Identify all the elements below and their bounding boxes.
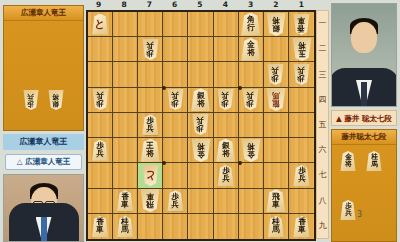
- sente-piece-金将[interactable]: 金将: [340, 151, 356, 171]
- gote-piece-歩兵[interactable]: 歩兵: [167, 89, 184, 110]
- piece-kanji: 兵: [172, 92, 180, 100]
- file-label-7: 7: [137, 0, 162, 10]
- sente-hand-slot: 桂馬: [366, 151, 382, 171]
- piece-kanji: 車: [298, 16, 306, 24]
- gote-piece-金将[interactable]: 金将: [241, 139, 261, 162]
- gote-turn-label: △ 広瀬章人竜王: [5, 154, 82, 170]
- square-2-7[interactable]: [264, 163, 289, 188]
- square-3-8[interactable]: [239, 189, 264, 214]
- square-6-5[interactable]: [163, 113, 188, 138]
- square-5-1[interactable]: [188, 12, 213, 37]
- piece-kanji: 将: [298, 41, 306, 49]
- gote-captured-tray: 広瀬章人竜王 歩兵銀将: [3, 5, 84, 131]
- piece-kanji: 歩: [298, 75, 306, 83]
- piece-kanji: 兵: [28, 93, 35, 100]
- piece-kanji: 将: [272, 16, 280, 24]
- square-5-6[interactable]: 金将: [188, 138, 213, 163]
- square-4-4[interactable]: 歩兵: [214, 88, 239, 113]
- piece-kanji: 将: [247, 49, 255, 57]
- piece-kanji: 歩: [247, 100, 255, 108]
- square-1-8[interactable]: [289, 189, 314, 214]
- square-2-6[interactable]: [264, 138, 289, 163]
- rank-label-7: 七: [317, 162, 328, 187]
- rank-label-3: 三: [317, 61, 328, 86]
- square-5-9[interactable]: [188, 214, 213, 239]
- rank-labels: 一二三四五六七八九: [316, 10, 329, 239]
- square-4-6[interactable]: 銀将: [214, 138, 239, 163]
- square-7-8[interactable]: 飛車: [138, 189, 163, 214]
- square-7-5[interactable]: 歩兵: [138, 113, 163, 138]
- piece-kanji: 将: [197, 142, 205, 150]
- square-5-3[interactable]: [188, 62, 213, 87]
- square-1-5[interactable]: [289, 113, 314, 138]
- shogi-app: 広瀬章人竜王 歩兵銀将 広瀬章人竜王 △ 広瀬章人竜王 987654321 と角…: [0, 0, 400, 242]
- square-6-9[interactable]: [163, 214, 188, 239]
- file-label-5: 5: [187, 0, 212, 10]
- rank-label-6: 六: [317, 137, 328, 162]
- square-9-3[interactable]: [88, 62, 113, 87]
- sente-piece-桂馬[interactable]: 桂馬: [366, 151, 382, 171]
- sente-piece-歩兵[interactable]: 歩兵: [92, 140, 109, 161]
- square-2-5[interactable]: [264, 113, 289, 138]
- square-6-2[interactable]: [163, 37, 188, 62]
- square-8-8[interactable]: 香車: [113, 189, 138, 214]
- piece-kanji: 将: [197, 100, 205, 108]
- square-9-6[interactable]: 歩兵: [88, 138, 113, 163]
- sente-piece-王将[interactable]: 王将: [140, 139, 160, 162]
- square-7-2[interactable]: 歩兵: [138, 37, 163, 62]
- gote-piece-金将[interactable]: 金将: [191, 139, 211, 162]
- piece-kanji: 馬: [121, 226, 129, 234]
- square-9-1[interactable]: と: [88, 12, 113, 37]
- piece-kanji: 玉: [298, 49, 306, 57]
- gote-piece-歩兵[interactable]: 歩兵: [23, 90, 39, 110]
- gote-piece-歩兵[interactable]: 歩兵: [242, 89, 259, 110]
- piece-kanji: 銀: [53, 100, 60, 107]
- star-point: [162, 86, 166, 90]
- square-4-9[interactable]: [214, 214, 239, 239]
- square-5-4[interactable]: 銀将: [188, 88, 213, 113]
- square-4-1[interactable]: [214, 12, 239, 37]
- gote-piece-歩兵[interactable]: 歩兵: [217, 89, 234, 110]
- sente-tray-header: 藤井聡太七段: [332, 130, 396, 145]
- square-7-3[interactable]: [138, 62, 163, 87]
- square-1-3[interactable]: 歩兵: [289, 62, 314, 87]
- hand-piece-count: 3: [357, 210, 362, 220]
- board-area: 987654321 と角行銀将香車歩兵金将玉将歩兵歩兵歩兵歩兵銀将歩兵歩兵龍馬歩…: [86, 0, 329, 242]
- piece-kanji: 龍: [272, 100, 280, 108]
- gote-name-label: 広瀬章人竜王: [3, 134, 84, 150]
- file-label-4: 4: [213, 0, 238, 10]
- square-3-6[interactable]: 金将: [239, 138, 264, 163]
- square-4-2[interactable]: [214, 37, 239, 62]
- gote-piece-と[interactable]: と: [142, 165, 159, 186]
- piece-kanji: 兵: [272, 67, 280, 75]
- face: [351, 22, 377, 53]
- sente-piece-歩兵[interactable]: 歩兵: [217, 165, 234, 186]
- gote-piece-銀将[interactable]: 銀将: [266, 13, 286, 36]
- gote-player-panel: 広瀬章人竜王 歩兵銀将 広瀬章人竜王 △ 広瀬章人竜王: [3, 5, 84, 242]
- square-1-1[interactable]: 香車: [289, 12, 314, 37]
- square-4-8[interactable]: [214, 189, 239, 214]
- square-6-4[interactable]: 歩兵: [163, 88, 188, 113]
- square-3-4[interactable]: 歩兵: [239, 88, 264, 113]
- square-7-9[interactable]: [138, 214, 163, 239]
- piece-kanji: 車: [146, 193, 154, 201]
- piece-kanji: 馬: [272, 226, 280, 234]
- piece-kanji: 歩: [172, 100, 180, 108]
- piece-kanji: 歩: [28, 100, 35, 107]
- square-5-7[interactable]: [188, 163, 213, 188]
- file-label-1: 1: [289, 0, 314, 10]
- piece-kanji: と: [145, 170, 156, 181]
- piece-kanji: 兵: [247, 92, 255, 100]
- piece-kanji: 兵: [197, 117, 205, 125]
- square-6-6[interactable]: [163, 138, 188, 163]
- square-9-2[interactable]: [88, 37, 113, 62]
- square-9-9[interactable]: 香車: [88, 214, 113, 239]
- piece-kanji: 兵: [96, 92, 104, 100]
- square-4-7[interactable]: 歩兵: [214, 163, 239, 188]
- piece-kanji: 兵: [146, 125, 154, 133]
- square-9-7[interactable]: [88, 163, 113, 188]
- sente-piece-金将[interactable]: 金将: [241, 38, 261, 61]
- piece-kanji: 将: [53, 93, 60, 100]
- square-2-4[interactable]: 龍馬: [264, 88, 289, 113]
- square-5-2[interactable]: [188, 37, 213, 62]
- square-3-7[interactable]: [239, 163, 264, 188]
- file-label-8: 8: [111, 0, 136, 10]
- square-6-1[interactable]: [163, 12, 188, 37]
- sente-piece-香車[interactable]: 香車: [293, 216, 310, 237]
- piece-kanji: 兵: [222, 92, 230, 100]
- square-1-4[interactable]: [289, 88, 314, 113]
- gote-piece-玉将[interactable]: 玉将: [292, 38, 312, 61]
- piece-kanji: 馬: [371, 161, 378, 168]
- square-8-3[interactable]: [113, 62, 138, 87]
- gote-piece-飛車[interactable]: 飛車: [140, 189, 160, 212]
- gote-piece-歩兵[interactable]: 歩兵: [92, 89, 109, 110]
- rank-label-9: 九: [317, 213, 328, 238]
- piece-kanji: 将: [345, 161, 352, 168]
- piece-kanji: 馬: [272, 92, 280, 100]
- hirose-photo: [3, 174, 84, 242]
- square-2-9[interactable]: 桂馬: [264, 214, 289, 239]
- file-labels: 987654321: [86, 0, 329, 10]
- piece-kanji: 兵: [345, 210, 352, 217]
- rank-label-2: 二: [317, 36, 328, 61]
- sente-hand-pieces: 金将桂馬歩兵3: [332, 145, 396, 241]
- piece-kanji: 飛: [146, 201, 154, 209]
- square-9-4[interactable]: 歩兵: [88, 88, 113, 113]
- square-3-1[interactable]: 角行: [239, 12, 264, 37]
- sente-piece-歩兵[interactable]: 歩兵: [340, 200, 356, 220]
- square-3-5[interactable]: [239, 113, 264, 138]
- sente-piece-香車[interactable]: 香車: [117, 190, 134, 211]
- sente-name-label: ▲ 藤井 聡太七段: [331, 110, 397, 126]
- tie: [361, 82, 367, 106]
- square-3-3[interactable]: [239, 62, 264, 87]
- file-label-3: 3: [238, 0, 263, 10]
- piece-kanji: 兵: [222, 175, 230, 183]
- file-label-9: 9: [86, 0, 111, 10]
- piece-kanji: 車: [298, 226, 306, 234]
- rank-label-1: 一: [317, 11, 328, 36]
- rank-label-4: 四: [317, 87, 328, 112]
- piece-kanji: 兵: [298, 67, 306, 75]
- file-label-6: 6: [162, 0, 187, 10]
- sente-piece-と[interactable]: と: [92, 14, 109, 35]
- gote-piece-歩兵[interactable]: 歩兵: [267, 64, 284, 85]
- sente-piece-飛車[interactable]: 飛車: [266, 189, 286, 212]
- square-4-5[interactable]: [214, 113, 239, 138]
- square-3-2[interactable]: 金将: [239, 37, 264, 62]
- square-2-2[interactable]: [264, 37, 289, 62]
- square-1-6[interactable]: [289, 138, 314, 163]
- piece-kanji: 将: [146, 150, 154, 158]
- gote-hand-slot: 銀将: [48, 90, 64, 110]
- square-9-8[interactable]: [88, 189, 113, 214]
- gote-hand-pieces: 歩兵銀将: [4, 21, 83, 130]
- square-2-8[interactable]: 飛車: [264, 189, 289, 214]
- piece-kanji: 将: [247, 142, 255, 150]
- tie: [41, 217, 47, 241]
- square-7-1[interactable]: [138, 12, 163, 37]
- square-6-7[interactable]: [163, 163, 188, 188]
- shogi-board[interactable]: と角行銀将香車歩兵金将玉将歩兵歩兵歩兵歩兵銀将歩兵歩兵龍馬歩兵歩兵歩兵王将金将銀…: [86, 10, 316, 241]
- sente-piece-桂馬[interactable]: 桂馬: [267, 216, 284, 237]
- gote-piece-歩兵[interactable]: 歩兵: [142, 39, 159, 60]
- square-6-8[interactable]: 歩兵: [163, 189, 188, 214]
- gote-piece-歩兵[interactable]: 歩兵: [293, 64, 310, 85]
- square-4-3[interactable]: [214, 62, 239, 87]
- square-8-7[interactable]: [113, 163, 138, 188]
- piece-kanji: 歩: [272, 75, 280, 83]
- piece-kanji: 兵: [172, 201, 180, 209]
- sente-piece-香車[interactable]: 香車: [92, 216, 109, 237]
- sente-piece-角行[interactable]: 角行: [241, 13, 261, 36]
- sente-piece-銀将[interactable]: 銀将: [216, 139, 236, 162]
- sente-hand-slot: 金将: [340, 151, 356, 171]
- square-1-2[interactable]: 玉将: [289, 37, 314, 62]
- sente-hand-slot: 歩兵3: [340, 200, 362, 220]
- piece-kanji: 兵: [96, 150, 104, 158]
- piece-kanji: 歩: [146, 49, 154, 57]
- piece-kanji: と: [95, 19, 106, 30]
- sente-piece-歩兵[interactable]: 歩兵: [293, 165, 310, 186]
- square-1-7[interactable]: 歩兵: [289, 163, 314, 188]
- piece-kanji: 歩: [222, 100, 230, 108]
- sente-piece-銀将[interactable]: 銀将: [191, 88, 211, 111]
- gote-tray-header: 広瀬章人竜王: [4, 6, 83, 21]
- square-6-3[interactable]: [163, 62, 188, 87]
- gote-piece-龍馬[interactable]: 龍馬: [266, 88, 286, 111]
- square-7-6[interactable]: 王将: [138, 138, 163, 163]
- star-point: [238, 86, 242, 90]
- sente-piece-歩兵[interactable]: 歩兵: [167, 190, 184, 211]
- square-8-1[interactable]: [113, 12, 138, 37]
- piece-kanji: 兵: [298, 175, 306, 183]
- rank-label-8: 八: [317, 188, 328, 213]
- square-3-9[interactable]: [239, 214, 264, 239]
- piece-kanji: 車: [272, 201, 280, 209]
- square-5-5[interactable]: 歩兵: [188, 113, 213, 138]
- rank-label-5: 五: [317, 112, 328, 137]
- piece-kanji: 行: [247, 24, 255, 32]
- square-2-1[interactable]: 銀将: [264, 12, 289, 37]
- piece-kanji: 車: [96, 226, 104, 234]
- piece-kanji: 将: [222, 150, 230, 158]
- gote-piece-銀将[interactable]: 銀将: [48, 90, 64, 110]
- sente-piece-桂馬[interactable]: 桂馬: [117, 216, 134, 237]
- square-7-4[interactable]: [138, 88, 163, 113]
- piece-kanji: 車: [121, 201, 129, 209]
- square-5-8[interactable]: [188, 189, 213, 214]
- sente-piece-歩兵[interactable]: 歩兵: [142, 114, 159, 135]
- piece-kanji: 歩: [197, 125, 205, 133]
- gote-piece-歩兵[interactable]: 歩兵: [192, 114, 209, 135]
- square-8-9[interactable]: 桂馬: [113, 214, 138, 239]
- square-7-7[interactable]: と: [138, 163, 163, 188]
- square-1-9[interactable]: 香車: [289, 214, 314, 239]
- gote-piece-香車[interactable]: 香車: [293, 14, 310, 35]
- piece-kanji: 兵: [146, 41, 154, 49]
- square-9-5[interactable]: [88, 113, 113, 138]
- file-label-2: 2: [263, 0, 288, 10]
- sente-player-panel: ▲ 藤井 聡太七段 藤井聡太七段 金将桂馬歩兵3: [331, 3, 397, 242]
- gote-hand-slot: 歩兵: [23, 90, 39, 110]
- piece-kanji: 歩: [96, 100, 104, 108]
- square-8-2[interactable]: [113, 37, 138, 62]
- square-8-4[interactable]: [113, 88, 138, 113]
- fujii-photo: [331, 3, 397, 107]
- sente-captured-tray: 藤井聡太七段 金将桂馬歩兵3: [331, 129, 397, 242]
- square-8-5[interactable]: [113, 113, 138, 138]
- square-2-3[interactable]: 歩兵: [264, 62, 289, 87]
- square-8-6[interactable]: [113, 138, 138, 163]
